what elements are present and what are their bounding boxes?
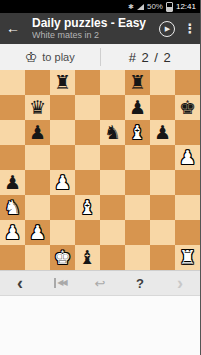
square-d3[interactable]: ♝ [75, 195, 100, 220]
square-a7[interactable] [0, 95, 25, 120]
app-header: ← Daily puzzles - Easy White mates in 2 … [0, 13, 200, 44]
square-c7[interactable] [50, 95, 75, 120]
square-d1[interactable]: ♝ [75, 245, 100, 270]
skip-to-start-icon: ◀◀ [54, 278, 65, 288]
square-b1[interactable] [25, 245, 50, 270]
black-bishop: ♝ [79, 245, 96, 270]
page-title: Daily puzzles - Easy [32, 17, 154, 30]
black-pawn: ♟ [154, 120, 171, 145]
square-a2[interactable]: ♟ [0, 220, 25, 245]
square-b4[interactable] [25, 170, 50, 195]
square-d2[interactable] [75, 220, 100, 245]
square-b6[interactable]: ♟ [25, 120, 50, 145]
hint-button[interactable]: ? [130, 272, 150, 294]
square-a3[interactable]: ♞ [0, 195, 25, 220]
black-pawn: ♟ [29, 120, 46, 145]
square-f2[interactable] [125, 220, 150, 245]
square-f7[interactable]: ♟ [125, 95, 150, 120]
app-window: ✱ 50% 12:41 ← Daily puzzles - Easy White… [0, 0, 200, 355]
clock: 12:41 [176, 2, 196, 11]
square-c6[interactable] [50, 120, 75, 145]
square-f8[interactable]: ♜ [125, 70, 150, 95]
puzzle-progress: # 2 / 2 [101, 44, 201, 70]
square-e1[interactable] [100, 245, 125, 270]
white-rook: ♜ [179, 245, 196, 270]
square-g8[interactable] [150, 70, 175, 95]
square-c8[interactable]: ♜ [50, 70, 75, 95]
square-g5[interactable] [150, 145, 175, 170]
turn-bar: ♔ to play # 2 / 2 [0, 44, 200, 70]
overflow-menu-button[interactable]: ⋮ [180, 21, 200, 36]
chevron-left-icon: ‹ [17, 273, 23, 293]
square-e8[interactable] [100, 70, 125, 95]
bottom-toolbar: ‹ ◀◀ ↩ ? › [0, 270, 200, 296]
status-bar: ✱ 50% 12:41 [0, 0, 200, 13]
square-a1[interactable] [0, 245, 25, 270]
empty-area [0, 296, 200, 355]
white-knight: ♞ [4, 195, 21, 220]
square-h5[interactable]: ♟ [175, 145, 200, 170]
square-f1[interactable] [125, 245, 150, 270]
square-c3[interactable] [50, 195, 75, 220]
white-king-icon: ♔ [25, 50, 38, 64]
square-d5[interactable] [75, 145, 100, 170]
black-rook: ♜ [54, 70, 71, 95]
black-rook: ♜ [129, 70, 146, 95]
square-g4[interactable] [150, 170, 175, 195]
white-pawn: ♟ [29, 220, 46, 245]
square-f3[interactable] [125, 195, 150, 220]
square-g2[interactable] [150, 220, 175, 245]
black-pawn: ♟ [129, 95, 146, 120]
white-pawn: ♟ [54, 170, 71, 195]
square-f5[interactable] [125, 145, 150, 170]
square-a8[interactable] [0, 70, 25, 95]
square-f4[interactable] [125, 170, 150, 195]
square-d8[interactable] [75, 70, 100, 95]
square-d7[interactable] [75, 95, 100, 120]
to-play-label: to play [42, 51, 74, 63]
chevron-right-icon: › [177, 273, 183, 293]
skip-to-start-button[interactable]: ◀◀ [50, 272, 70, 294]
square-b5[interactable] [25, 145, 50, 170]
square-a4[interactable]: ♟ [0, 170, 25, 195]
square-g3[interactable] [150, 195, 175, 220]
square-c4[interactable]: ♟ [50, 170, 75, 195]
square-a5[interactable] [0, 145, 25, 170]
next-move-button[interactable]: › [170, 272, 190, 294]
battery-icon [166, 2, 173, 12]
vibrate-icon: ✱ [128, 3, 134, 10]
previous-move-button[interactable]: ‹ [10, 272, 30, 294]
white-bishop: ♝ [129, 120, 146, 145]
square-b3[interactable] [25, 195, 50, 220]
square-e3[interactable] [100, 195, 125, 220]
square-d4[interactable] [75, 170, 100, 195]
black-king: ♚ [179, 95, 196, 120]
square-b7[interactable]: ♛ [25, 95, 50, 120]
white-bishop: ♝ [79, 195, 96, 220]
square-h2[interactable] [175, 220, 200, 245]
square-c2[interactable] [50, 220, 75, 245]
white-king: ♚ [54, 245, 71, 270]
square-a6[interactable] [0, 120, 25, 145]
undo-button[interactable]: ↩ [90, 272, 110, 294]
square-e5[interactable] [100, 145, 125, 170]
square-b8[interactable] [25, 70, 50, 95]
black-queen: ♛ [29, 95, 46, 120]
white-pawn: ♟ [4, 220, 21, 245]
undo-icon: ↩ [95, 277, 106, 290]
square-e7[interactable] [100, 95, 125, 120]
square-h3[interactable] [175, 195, 200, 220]
side-to-play: ♔ to play [0, 44, 100, 70]
square-g1[interactable] [150, 245, 175, 270]
square-h6[interactable] [175, 120, 200, 145]
back-button[interactable]: ← [0, 13, 26, 44]
signal-icon [137, 4, 144, 10]
square-f6[interactable]: ♝ [125, 120, 150, 145]
square-c5[interactable] [50, 145, 75, 170]
square-e2[interactable] [100, 220, 125, 245]
autoplay-button[interactable]: ▶ [154, 21, 180, 37]
square-c1[interactable]: ♚ [50, 245, 75, 270]
square-h1[interactable]: ♜ [175, 245, 200, 270]
puzzle-counter: # 2 / 2 [129, 50, 172, 65]
square-h4[interactable] [175, 170, 200, 195]
hint-icon: ? [136, 276, 144, 291]
page-subtitle: White mates in 2 [32, 30, 154, 40]
header-titles: Daily puzzles - Easy White mates in 2 [32, 17, 154, 40]
square-e6[interactable]: ♞ [100, 120, 125, 145]
square-h8[interactable] [175, 70, 200, 95]
black-knight: ♞ [104, 120, 121, 145]
square-g6[interactable]: ♟ [150, 120, 175, 145]
battery-percent: 50% [147, 2, 163, 11]
white-pawn: ♟ [179, 145, 196, 170]
square-e4[interactable] [100, 170, 125, 195]
play-circle-icon: ▶ [159, 21, 175, 37]
square-d6[interactable] [75, 120, 100, 145]
black-pawn: ♟ [4, 170, 21, 195]
square-b2[interactable]: ♟ [25, 220, 50, 245]
chess-board[interactable]: ♜♜♛♟♚♟♞♝♟♟♟♟♞♝♟♟♚♝♜ [0, 70, 200, 270]
square-g7[interactable] [150, 95, 175, 120]
square-h7[interactable]: ♚ [175, 95, 200, 120]
